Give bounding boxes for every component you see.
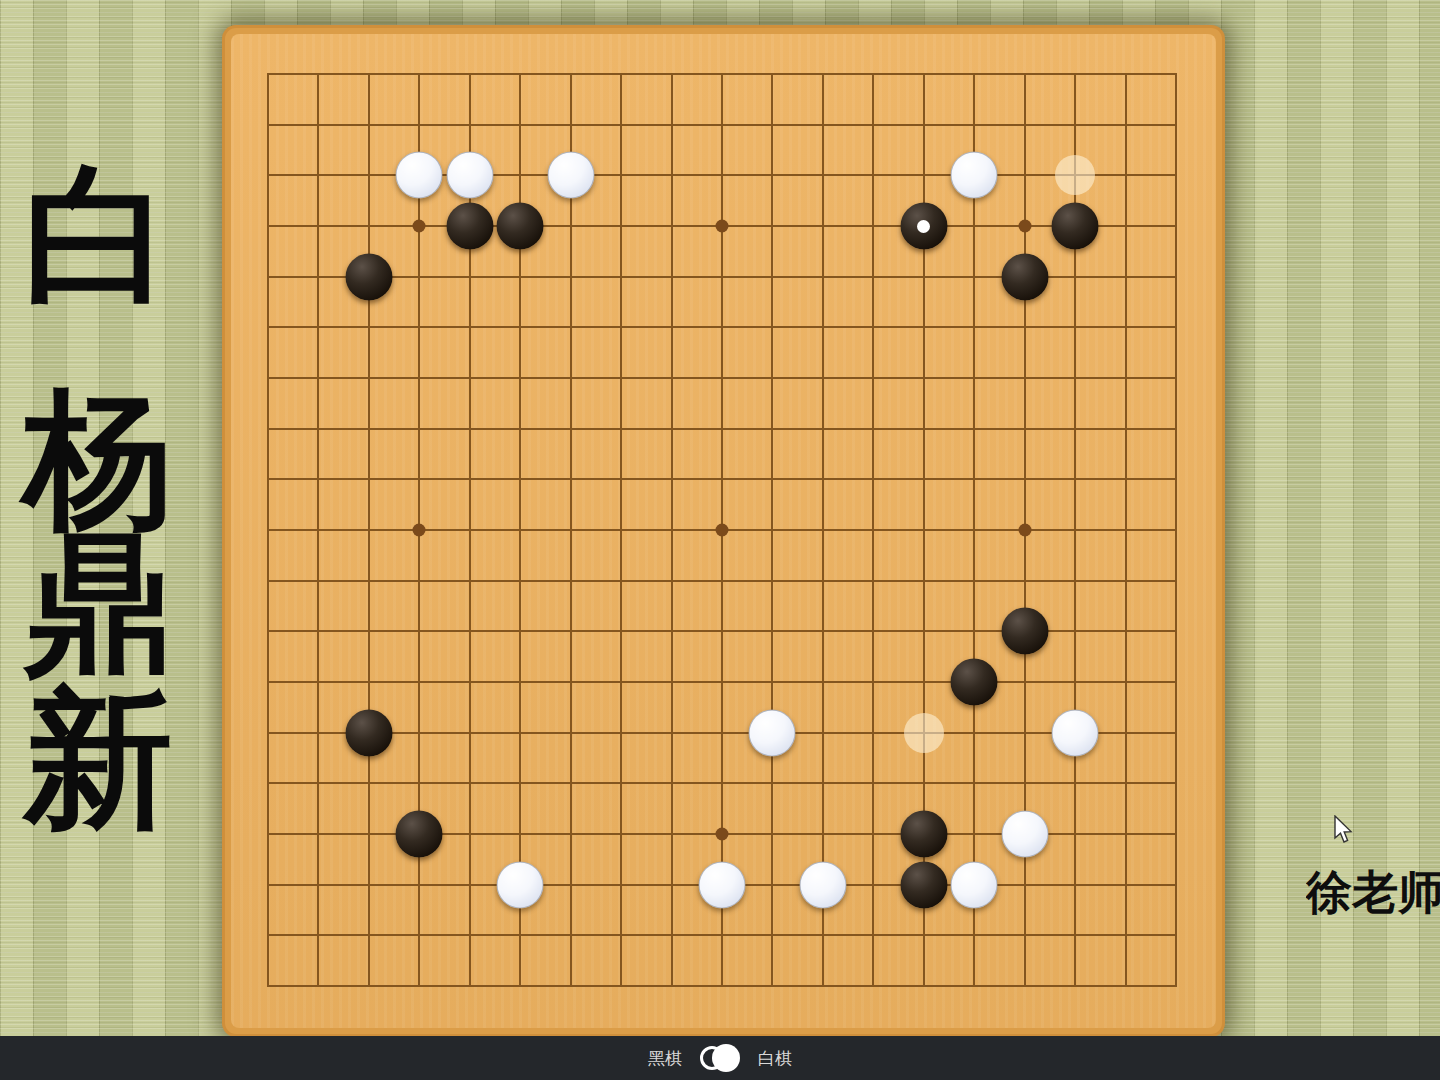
mouse-cursor [1332,815,1356,849]
stone-color-toggle[interactable] [700,1044,740,1072]
teacher-watermark: 徐老师围 [1306,862,1440,924]
white-stones-label: 白棋 [758,1047,792,1070]
toggle-knob-icon [712,1044,740,1072]
player-color-label: 白 [18,160,178,310]
go-board[interactable] [222,25,1225,1037]
black-stones-label: 黑棋 [648,1047,682,1070]
player-name-char-3: 新 [18,684,178,834]
bottom-toolbar: 黑棋 白棋 [0,1036,1440,1080]
player-name-char-2: 鼎 [18,528,178,678]
board-grid [267,73,1177,987]
player-name-char-1: 杨 [18,384,178,534]
